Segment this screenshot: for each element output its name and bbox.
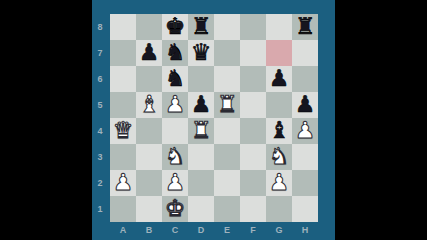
square-d3[interactable] bbox=[188, 144, 214, 170]
rank-labels: 87654321 bbox=[92, 14, 110, 222]
square-h6[interactable] bbox=[292, 66, 318, 92]
square-b1[interactable] bbox=[136, 196, 162, 222]
square-a3[interactable] bbox=[110, 144, 136, 170]
file-label-e: E bbox=[214, 222, 240, 237]
square-b6[interactable] bbox=[136, 66, 162, 92]
square-d7[interactable]: ♛ bbox=[188, 40, 214, 66]
board: ♚♜♜♟♞♛♞♟♝♟♟♜♟♛♜♝♟♞♞♟♟♟♚ bbox=[110, 14, 318, 222]
square-h2[interactable] bbox=[292, 170, 318, 196]
white-knight[interactable]: ♞ bbox=[269, 143, 290, 169]
square-h1[interactable] bbox=[292, 196, 318, 222]
square-e3[interactable] bbox=[214, 144, 240, 170]
square-e8[interactable] bbox=[214, 14, 240, 40]
square-a5[interactable] bbox=[110, 92, 136, 118]
square-d1[interactable] bbox=[188, 196, 214, 222]
white-queen[interactable]: ♛ bbox=[113, 117, 134, 143]
square-d2[interactable] bbox=[188, 170, 214, 196]
chess-panel: 87654321 ABCDEFGH ♚♜♜♟♞♛♞♟♝♟♟♜♟♛♜♝♟♞♞♟♟♟… bbox=[92, 0, 335, 240]
rank-label-8: 8 bbox=[92, 14, 108, 40]
square-g5[interactable] bbox=[266, 92, 292, 118]
white-pawn[interactable]: ♟ bbox=[113, 169, 134, 195]
white-bishop[interactable]: ♝ bbox=[139, 91, 160, 117]
square-b4[interactable] bbox=[136, 118, 162, 144]
square-d5[interactable]: ♟ bbox=[188, 92, 214, 118]
square-g4[interactable]: ♝ bbox=[266, 118, 292, 144]
square-h3[interactable] bbox=[292, 144, 318, 170]
file-label-a: A bbox=[110, 222, 136, 237]
black-pawn[interactable]: ♟ bbox=[191, 91, 212, 117]
file-label-b: B bbox=[136, 222, 162, 237]
square-h4[interactable]: ♟ bbox=[292, 118, 318, 144]
square-f4[interactable] bbox=[240, 118, 266, 144]
rank-label-2: 2 bbox=[92, 170, 108, 196]
square-a4[interactable]: ♛ bbox=[110, 118, 136, 144]
square-e4[interactable] bbox=[214, 118, 240, 144]
black-knight[interactable]: ♞ bbox=[165, 39, 186, 65]
square-h8[interactable]: ♜ bbox=[292, 14, 318, 40]
square-c4[interactable] bbox=[162, 118, 188, 144]
black-rook[interactable]: ♜ bbox=[295, 13, 316, 39]
rank-label-3: 3 bbox=[92, 144, 108, 170]
square-a8[interactable] bbox=[110, 14, 136, 40]
square-g7[interactable] bbox=[266, 40, 292, 66]
square-d6[interactable] bbox=[188, 66, 214, 92]
file-label-h: H bbox=[292, 222, 318, 237]
square-a6[interactable] bbox=[110, 66, 136, 92]
square-e7[interactable] bbox=[214, 40, 240, 66]
square-e1[interactable] bbox=[214, 196, 240, 222]
rank-label-1: 1 bbox=[92, 196, 108, 222]
square-g2[interactable]: ♟ bbox=[266, 170, 292, 196]
square-h7[interactable] bbox=[292, 40, 318, 66]
screen: 87654321 ABCDEFGH ♚♜♜♟♞♛♞♟♝♟♟♜♟♛♜♝♟♞♞♟♟♟… bbox=[0, 0, 427, 240]
white-pawn[interactable]: ♟ bbox=[165, 91, 186, 117]
black-pawn[interactable]: ♟ bbox=[269, 65, 290, 91]
square-g3[interactable]: ♞ bbox=[266, 144, 292, 170]
black-bishop[interactable]: ♝ bbox=[269, 117, 290, 143]
letterbox-left bbox=[0, 0, 92, 240]
white-rook[interactable]: ♜ bbox=[191, 117, 212, 143]
square-d4[interactable]: ♜ bbox=[188, 118, 214, 144]
square-f1[interactable] bbox=[240, 196, 266, 222]
file-label-c: C bbox=[162, 222, 188, 237]
black-pawn[interactable]: ♟ bbox=[139, 39, 160, 65]
square-g1[interactable] bbox=[266, 196, 292, 222]
black-queen[interactable]: ♛ bbox=[191, 39, 212, 65]
square-f5[interactable] bbox=[240, 92, 266, 118]
square-c6[interactable]: ♞ bbox=[162, 66, 188, 92]
square-c7[interactable]: ♞ bbox=[162, 40, 188, 66]
square-g6[interactable]: ♟ bbox=[266, 66, 292, 92]
file-label-g: G bbox=[266, 222, 292, 237]
black-king[interactable]: ♚ bbox=[165, 13, 186, 39]
square-f6[interactable] bbox=[240, 66, 266, 92]
black-knight[interactable]: ♞ bbox=[165, 65, 186, 91]
square-e2[interactable] bbox=[214, 170, 240, 196]
square-b2[interactable] bbox=[136, 170, 162, 196]
square-b3[interactable] bbox=[136, 144, 162, 170]
white-pawn[interactable]: ♟ bbox=[269, 169, 290, 195]
file-label-d: D bbox=[188, 222, 214, 237]
square-b5[interactable]: ♝ bbox=[136, 92, 162, 118]
square-b7[interactable]: ♟ bbox=[136, 40, 162, 66]
square-c1[interactable]: ♚ bbox=[162, 196, 188, 222]
square-a7[interactable] bbox=[110, 40, 136, 66]
square-e5[interactable]: ♜ bbox=[214, 92, 240, 118]
square-f8[interactable] bbox=[240, 14, 266, 40]
square-d8[interactable]: ♜ bbox=[188, 14, 214, 40]
white-pawn[interactable]: ♟ bbox=[295, 117, 316, 143]
black-rook[interactable]: ♜ bbox=[191, 13, 212, 39]
square-a2[interactable]: ♟ bbox=[110, 170, 136, 196]
rank-label-6: 6 bbox=[92, 66, 108, 92]
square-g8[interactable] bbox=[266, 14, 292, 40]
square-c5[interactable]: ♟ bbox=[162, 92, 188, 118]
white-rook[interactable]: ♜ bbox=[217, 91, 238, 117]
square-b8[interactable] bbox=[136, 14, 162, 40]
file-labels: ABCDEFGH bbox=[110, 222, 318, 240]
square-f7[interactable] bbox=[240, 40, 266, 66]
white-knight[interactable]: ♞ bbox=[165, 143, 186, 169]
square-h5[interactable]: ♟ bbox=[292, 92, 318, 118]
white-pawn[interactable]: ♟ bbox=[165, 169, 186, 195]
white-king[interactable]: ♚ bbox=[165, 195, 186, 221]
black-pawn[interactable]: ♟ bbox=[295, 91, 316, 117]
square-a1[interactable] bbox=[110, 196, 136, 222]
square-c8[interactable]: ♚ bbox=[162, 14, 188, 40]
file-label-f: F bbox=[240, 222, 266, 237]
square-c3[interactable]: ♞ bbox=[162, 144, 188, 170]
letterbox-right bbox=[335, 0, 427, 240]
square-c2[interactable]: ♟ bbox=[162, 170, 188, 196]
rank-label-4: 4 bbox=[92, 118, 108, 144]
square-f3[interactable] bbox=[240, 144, 266, 170]
rank-label-5: 5 bbox=[92, 92, 108, 118]
square-f2[interactable] bbox=[240, 170, 266, 196]
square-e6[interactable] bbox=[214, 66, 240, 92]
rank-label-7: 7 bbox=[92, 40, 108, 66]
